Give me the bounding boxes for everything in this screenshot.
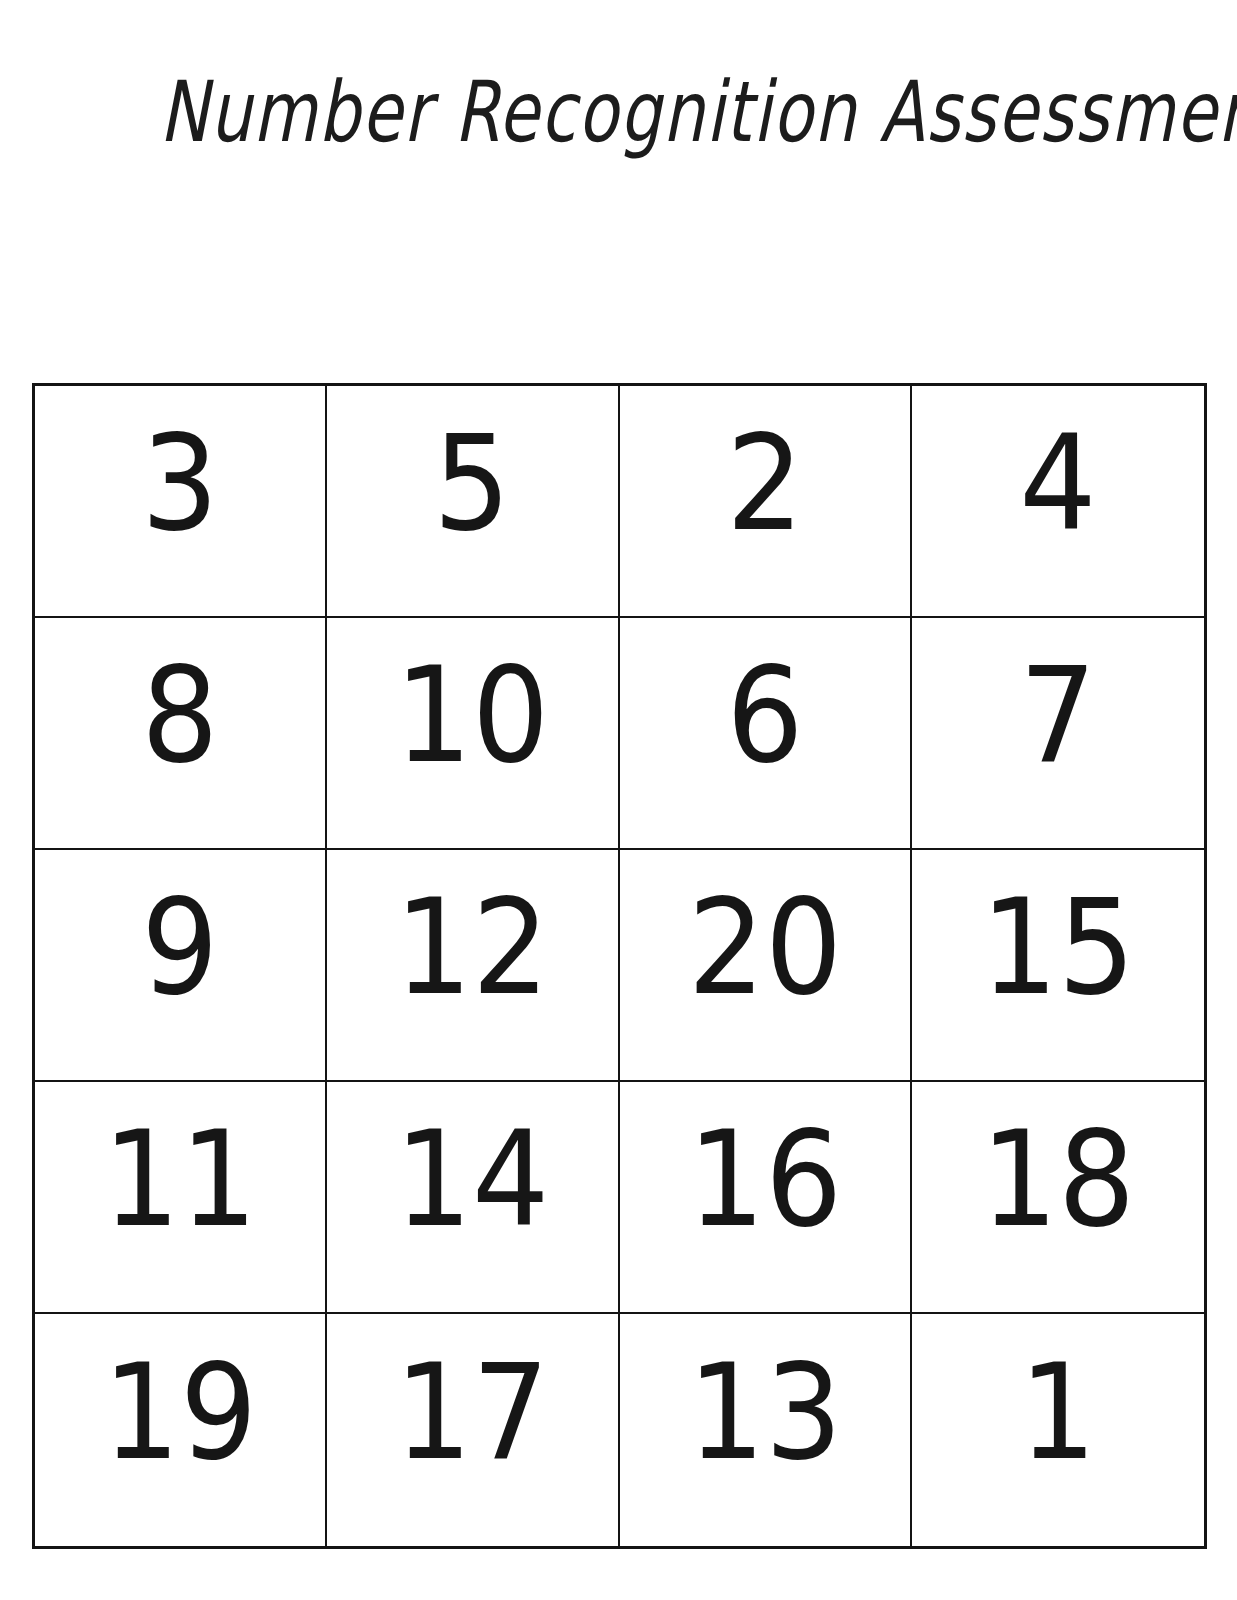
cell-number: 6: [726, 649, 803, 781]
grid-cell-r3c3: 20: [620, 850, 912, 1082]
cell-number: 9: [141, 881, 218, 1013]
grid-cell-r5c3: 13: [620, 1314, 912, 1546]
grid-cell-r5c4: 1: [912, 1314, 1204, 1546]
cell-number: 19: [103, 1346, 258, 1478]
grid-cell-r3c4: 15: [912, 850, 1204, 1082]
grid-cell-r5c2: 17: [327, 1314, 619, 1546]
grid-cell-r5c1: 19: [35, 1314, 327, 1546]
grid-cell-r3c1: 9: [35, 850, 327, 1082]
title-area: Number Recognition Assessment: [0, 66, 1237, 158]
grid-cell-r4c2: 14: [327, 1082, 619, 1314]
cell-number: 2: [726, 417, 803, 549]
cell-number: 20: [687, 881, 842, 1013]
number-grid: 3524810679122015111416181917131: [32, 383, 1207, 1549]
cell-number: 4: [1019, 417, 1096, 549]
page-title: Number Recognition Assessment: [159, 66, 1237, 158]
cell-number: 12: [395, 881, 550, 1013]
cell-number: 11: [103, 1113, 258, 1245]
grid-cell-r3c2: 12: [327, 850, 619, 1082]
grid-cell-r2c2: 10: [327, 618, 619, 850]
grid-cell-r1c2: 5: [327, 386, 619, 618]
cell-number: 14: [395, 1113, 550, 1245]
cell-number: 8: [141, 649, 218, 781]
cell-number: 10: [395, 649, 550, 781]
cell-number: 3: [141, 417, 218, 549]
grid-cell-r4c1: 11: [35, 1082, 327, 1314]
cell-number: 7: [1019, 649, 1096, 781]
grid-cell-r2c3: 6: [620, 618, 912, 850]
cell-number: 13: [687, 1346, 842, 1478]
grid-cell-r1c3: 2: [620, 386, 912, 618]
cell-number: 5: [434, 417, 511, 549]
cell-number: 17: [395, 1346, 550, 1478]
cell-number: 16: [687, 1113, 842, 1245]
grid-cell-r1c4: 4: [912, 386, 1204, 618]
cell-number: 1: [1019, 1346, 1096, 1478]
cell-number: 18: [981, 1113, 1136, 1245]
grid-cell-r4c3: 16: [620, 1082, 912, 1314]
grid-cell-r2c4: 7: [912, 618, 1204, 850]
grid-cell-r2c1: 8: [35, 618, 327, 850]
cell-number: 15: [981, 881, 1136, 1013]
grid-cell-r4c4: 18: [912, 1082, 1204, 1314]
grid-cell-r1c1: 3: [35, 386, 327, 618]
